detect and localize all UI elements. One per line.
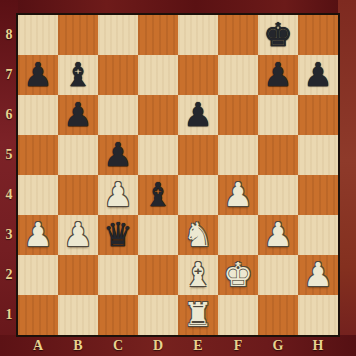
square-c7[interactable] xyxy=(98,55,138,95)
white-king[interactable]: ♚ xyxy=(223,255,253,295)
rank-label-5: 5 xyxy=(0,135,18,175)
square-h8[interactable] xyxy=(298,15,338,55)
file-label-a: A xyxy=(18,335,58,356)
square-g3[interactable]: ♟ xyxy=(258,215,298,255)
square-b4[interactable] xyxy=(58,175,98,215)
square-c2[interactable] xyxy=(98,255,138,295)
file-label-b: B xyxy=(58,335,98,356)
square-d3[interactable] xyxy=(138,215,178,255)
square-g7[interactable]: ♟ xyxy=(258,55,298,95)
file-label-f: F xyxy=(218,335,258,356)
square-e5[interactable] xyxy=(178,135,218,175)
rank-label-1: 1 xyxy=(0,295,18,335)
file-label-d: D xyxy=(138,335,178,356)
square-a5[interactable] xyxy=(18,135,58,175)
square-d5[interactable] xyxy=(138,135,178,175)
square-d2[interactable] xyxy=(138,255,178,295)
square-h2[interactable]: ♟ xyxy=(298,255,338,295)
chess-board-frame: ♚♟♝♟♟♟♟♟♟♝♟♟♟♛♞♟♝♚♟♜ 87654321 ABCDEFGH xyxy=(0,0,356,356)
square-b6[interactable]: ♟ xyxy=(58,95,98,135)
rank-label-2: 2 xyxy=(0,255,18,295)
square-h7[interactable]: ♟ xyxy=(298,55,338,95)
square-e4[interactable] xyxy=(178,175,218,215)
square-a6[interactable] xyxy=(18,95,58,135)
square-d1[interactable] xyxy=(138,295,178,335)
square-a1[interactable] xyxy=(18,295,58,335)
square-c5[interactable]: ♟ xyxy=(98,135,138,175)
white-pawn[interactable]: ♟ xyxy=(223,175,253,215)
square-e7[interactable] xyxy=(178,55,218,95)
square-d8[interactable] xyxy=(138,15,178,55)
black-pawn[interactable]: ♟ xyxy=(303,55,333,95)
square-b1[interactable] xyxy=(58,295,98,335)
square-a4[interactable] xyxy=(18,175,58,215)
black-pawn[interactable]: ♟ xyxy=(183,95,213,135)
white-pawn[interactable]: ♟ xyxy=(303,255,333,295)
rank-label-8: 8 xyxy=(0,15,18,55)
chess-board: ♚♟♝♟♟♟♟♟♟♝♟♟♟♛♞♟♝♚♟♜ xyxy=(18,15,338,335)
square-h3[interactable] xyxy=(298,215,338,255)
square-c4[interactable]: ♟ xyxy=(98,175,138,215)
rank-label-6: 6 xyxy=(0,95,18,135)
square-h1[interactable] xyxy=(298,295,338,335)
frame-right xyxy=(338,0,356,356)
square-e1[interactable]: ♜ xyxy=(178,295,218,335)
square-d6[interactable] xyxy=(138,95,178,135)
square-e2[interactable]: ♝ xyxy=(178,255,218,295)
rank-label-7: 7 xyxy=(0,55,18,95)
square-g2[interactable] xyxy=(258,255,298,295)
rank-label-3: 3 xyxy=(0,215,18,255)
square-e8[interactable] xyxy=(178,15,218,55)
black-bishop[interactable]: ♝ xyxy=(143,175,173,215)
square-c3[interactable]: ♛ xyxy=(98,215,138,255)
black-bishop[interactable]: ♝ xyxy=(63,55,93,95)
square-a2[interactable] xyxy=(18,255,58,295)
white-bishop[interactable]: ♝ xyxy=(183,255,213,295)
square-c8[interactable] xyxy=(98,15,138,55)
square-b2[interactable] xyxy=(58,255,98,295)
black-pawn[interactable]: ♟ xyxy=(63,95,93,135)
square-e3[interactable]: ♞ xyxy=(178,215,218,255)
square-b5[interactable] xyxy=(58,135,98,175)
white-pawn[interactable]: ♟ xyxy=(63,215,93,255)
square-f8[interactable] xyxy=(218,15,258,55)
square-f7[interactable] xyxy=(218,55,258,95)
square-c6[interactable] xyxy=(98,95,138,135)
square-f2[interactable]: ♚ xyxy=(218,255,258,295)
rank-label-4: 4 xyxy=(0,175,18,215)
file-label-c: C xyxy=(98,335,138,356)
square-f3[interactable] xyxy=(218,215,258,255)
square-a8[interactable] xyxy=(18,15,58,55)
square-c1[interactable] xyxy=(98,295,138,335)
square-g8[interactable]: ♚ xyxy=(258,15,298,55)
black-queen[interactable]: ♛ xyxy=(103,215,133,255)
black-pawn[interactable]: ♟ xyxy=(103,135,133,175)
square-d4[interactable]: ♝ xyxy=(138,175,178,215)
black-pawn[interactable]: ♟ xyxy=(263,55,293,95)
square-g5[interactable] xyxy=(258,135,298,175)
white-pawn[interactable]: ♟ xyxy=(103,175,133,215)
black-pawn[interactable]: ♟ xyxy=(23,55,53,95)
white-rook[interactable]: ♜ xyxy=(183,295,213,335)
file-label-e: E xyxy=(178,335,218,356)
frame-top xyxy=(0,0,356,15)
square-g6[interactable] xyxy=(258,95,298,135)
square-f1[interactable] xyxy=(218,295,258,335)
file-label-g: G xyxy=(258,335,298,356)
white-pawn[interactable]: ♟ xyxy=(263,215,293,255)
square-a3[interactable]: ♟ xyxy=(18,215,58,255)
square-g1[interactable] xyxy=(258,295,298,335)
square-h6[interactable] xyxy=(298,95,338,135)
square-b3[interactable]: ♟ xyxy=(58,215,98,255)
square-f4[interactable]: ♟ xyxy=(218,175,258,215)
square-b7[interactable]: ♝ xyxy=(58,55,98,95)
file-label-h: H xyxy=(298,335,338,356)
square-a7[interactable]: ♟ xyxy=(18,55,58,95)
white-pawn[interactable]: ♟ xyxy=(23,215,53,255)
black-king[interactable]: ♚ xyxy=(263,15,293,55)
square-d7[interactable] xyxy=(138,55,178,95)
square-f5[interactable] xyxy=(218,135,258,175)
square-b8[interactable] xyxy=(58,15,98,55)
square-g4[interactable] xyxy=(258,175,298,215)
square-e6[interactable]: ♟ xyxy=(178,95,218,135)
white-knight[interactable]: ♞ xyxy=(183,215,213,255)
square-h4[interactable] xyxy=(298,175,338,215)
square-f6[interactable] xyxy=(218,95,258,135)
square-h5[interactable] xyxy=(298,135,338,175)
